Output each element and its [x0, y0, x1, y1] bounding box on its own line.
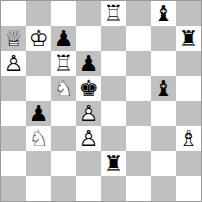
piece-white-pawn: ♟♙	[76, 101, 101, 126]
square-d6[interactable]: ♟	[76, 51, 101, 76]
square-g7[interactable]	[151, 26, 176, 51]
square-b5[interactable]	[26, 76, 51, 101]
piece-black-pawn: ♟	[26, 101, 51, 126]
piece-white-rook: ♜♖	[101, 1, 126, 26]
square-d1[interactable]	[76, 176, 101, 201]
square-g8[interactable]: ♝	[151, 1, 176, 26]
square-c3[interactable]	[51, 126, 76, 151]
square-e1[interactable]	[101, 176, 126, 201]
square-f4[interactable]	[126, 101, 151, 126]
piece-white-bishop: ♝♗	[176, 126, 201, 151]
piece-white-king: ♚♔	[26, 26, 51, 51]
piece-white-rook: ♜♖	[51, 51, 76, 76]
piece-black-bishop: ♝	[151, 76, 176, 101]
square-d2[interactable]	[76, 151, 101, 176]
chess-diagram: ♜♖♝♛♕♚♔♟♜♟♙♜♖♟♞♘♚♝♟♟♙♞♘♟♙♝♗♜	[0, 0, 202, 202]
square-b8[interactable]	[26, 1, 51, 26]
square-e5[interactable]	[101, 76, 126, 101]
square-a4[interactable]	[1, 101, 26, 126]
square-a2[interactable]	[1, 151, 26, 176]
square-a8[interactable]	[1, 1, 26, 26]
square-a6[interactable]: ♟♙	[1, 51, 26, 76]
square-h6[interactable]	[176, 51, 201, 76]
piece-white-queen: ♛♕	[1, 26, 26, 51]
square-h8[interactable]	[176, 1, 201, 26]
square-f8[interactable]	[126, 1, 151, 26]
square-e7[interactable]	[101, 26, 126, 51]
square-d3[interactable]: ♟♙	[76, 126, 101, 151]
square-a7[interactable]: ♛♕	[1, 26, 26, 51]
square-b7[interactable]: ♚♔	[26, 26, 51, 51]
square-a1[interactable]	[1, 176, 26, 201]
square-g2[interactable]	[151, 151, 176, 176]
square-b4[interactable]: ♟	[26, 101, 51, 126]
square-h4[interactable]	[176, 101, 201, 126]
square-c6[interactable]: ♜♖	[51, 51, 76, 76]
piece-black-rook: ♜	[101, 151, 126, 176]
square-g4[interactable]	[151, 101, 176, 126]
square-h1[interactable]	[176, 176, 201, 201]
square-b3[interactable]: ♞♘	[26, 126, 51, 151]
piece-black-pawn: ♟	[51, 26, 76, 51]
square-e4[interactable]	[101, 101, 126, 126]
square-g1[interactable]	[151, 176, 176, 201]
piece-black-king: ♚	[76, 76, 101, 101]
piece-white-knight: ♞♘	[26, 126, 51, 151]
square-g6[interactable]	[151, 51, 176, 76]
piece-white-knight: ♞♘	[51, 76, 76, 101]
square-b6[interactable]	[26, 51, 51, 76]
square-e2[interactable]: ♜	[101, 151, 126, 176]
square-d4[interactable]: ♟♙	[76, 101, 101, 126]
square-c4[interactable]	[51, 101, 76, 126]
piece-white-pawn: ♟♙	[76, 126, 101, 151]
square-a3[interactable]	[1, 126, 26, 151]
square-b2[interactable]	[26, 151, 51, 176]
square-f3[interactable]	[126, 126, 151, 151]
square-e6[interactable]	[101, 51, 126, 76]
square-c5[interactable]: ♞♘	[51, 76, 76, 101]
square-h5[interactable]	[176, 76, 201, 101]
square-f5[interactable]	[126, 76, 151, 101]
piece-black-pawn: ♟	[76, 51, 101, 76]
square-d7[interactable]	[76, 26, 101, 51]
square-g5[interactable]: ♝	[151, 76, 176, 101]
square-e8[interactable]: ♜♖	[101, 1, 126, 26]
square-d8[interactable]	[76, 1, 101, 26]
square-c1[interactable]	[51, 176, 76, 201]
square-c2[interactable]	[51, 151, 76, 176]
square-h3[interactable]: ♝♗	[176, 126, 201, 151]
square-f2[interactable]	[126, 151, 151, 176]
square-b1[interactable]	[26, 176, 51, 201]
square-e3[interactable]	[101, 126, 126, 151]
piece-white-pawn: ♟♙	[1, 51, 26, 76]
square-c7[interactable]: ♟	[51, 26, 76, 51]
square-f1[interactable]	[126, 176, 151, 201]
square-f7[interactable]	[126, 26, 151, 51]
square-a5[interactable]	[1, 76, 26, 101]
square-f6[interactable]	[126, 51, 151, 76]
square-h7[interactable]: ♜	[176, 26, 201, 51]
chess-board: ♜♖♝♛♕♚♔♟♜♟♙♜♖♟♞♘♚♝♟♟♙♞♘♟♙♝♗♜	[0, 0, 202, 202]
square-c8[interactable]	[51, 1, 76, 26]
square-g3[interactable]	[151, 126, 176, 151]
square-d5[interactable]: ♚	[76, 76, 101, 101]
piece-black-rook: ♜	[176, 26, 201, 51]
piece-black-bishop: ♝	[151, 1, 176, 26]
square-h2[interactable]	[176, 151, 201, 176]
